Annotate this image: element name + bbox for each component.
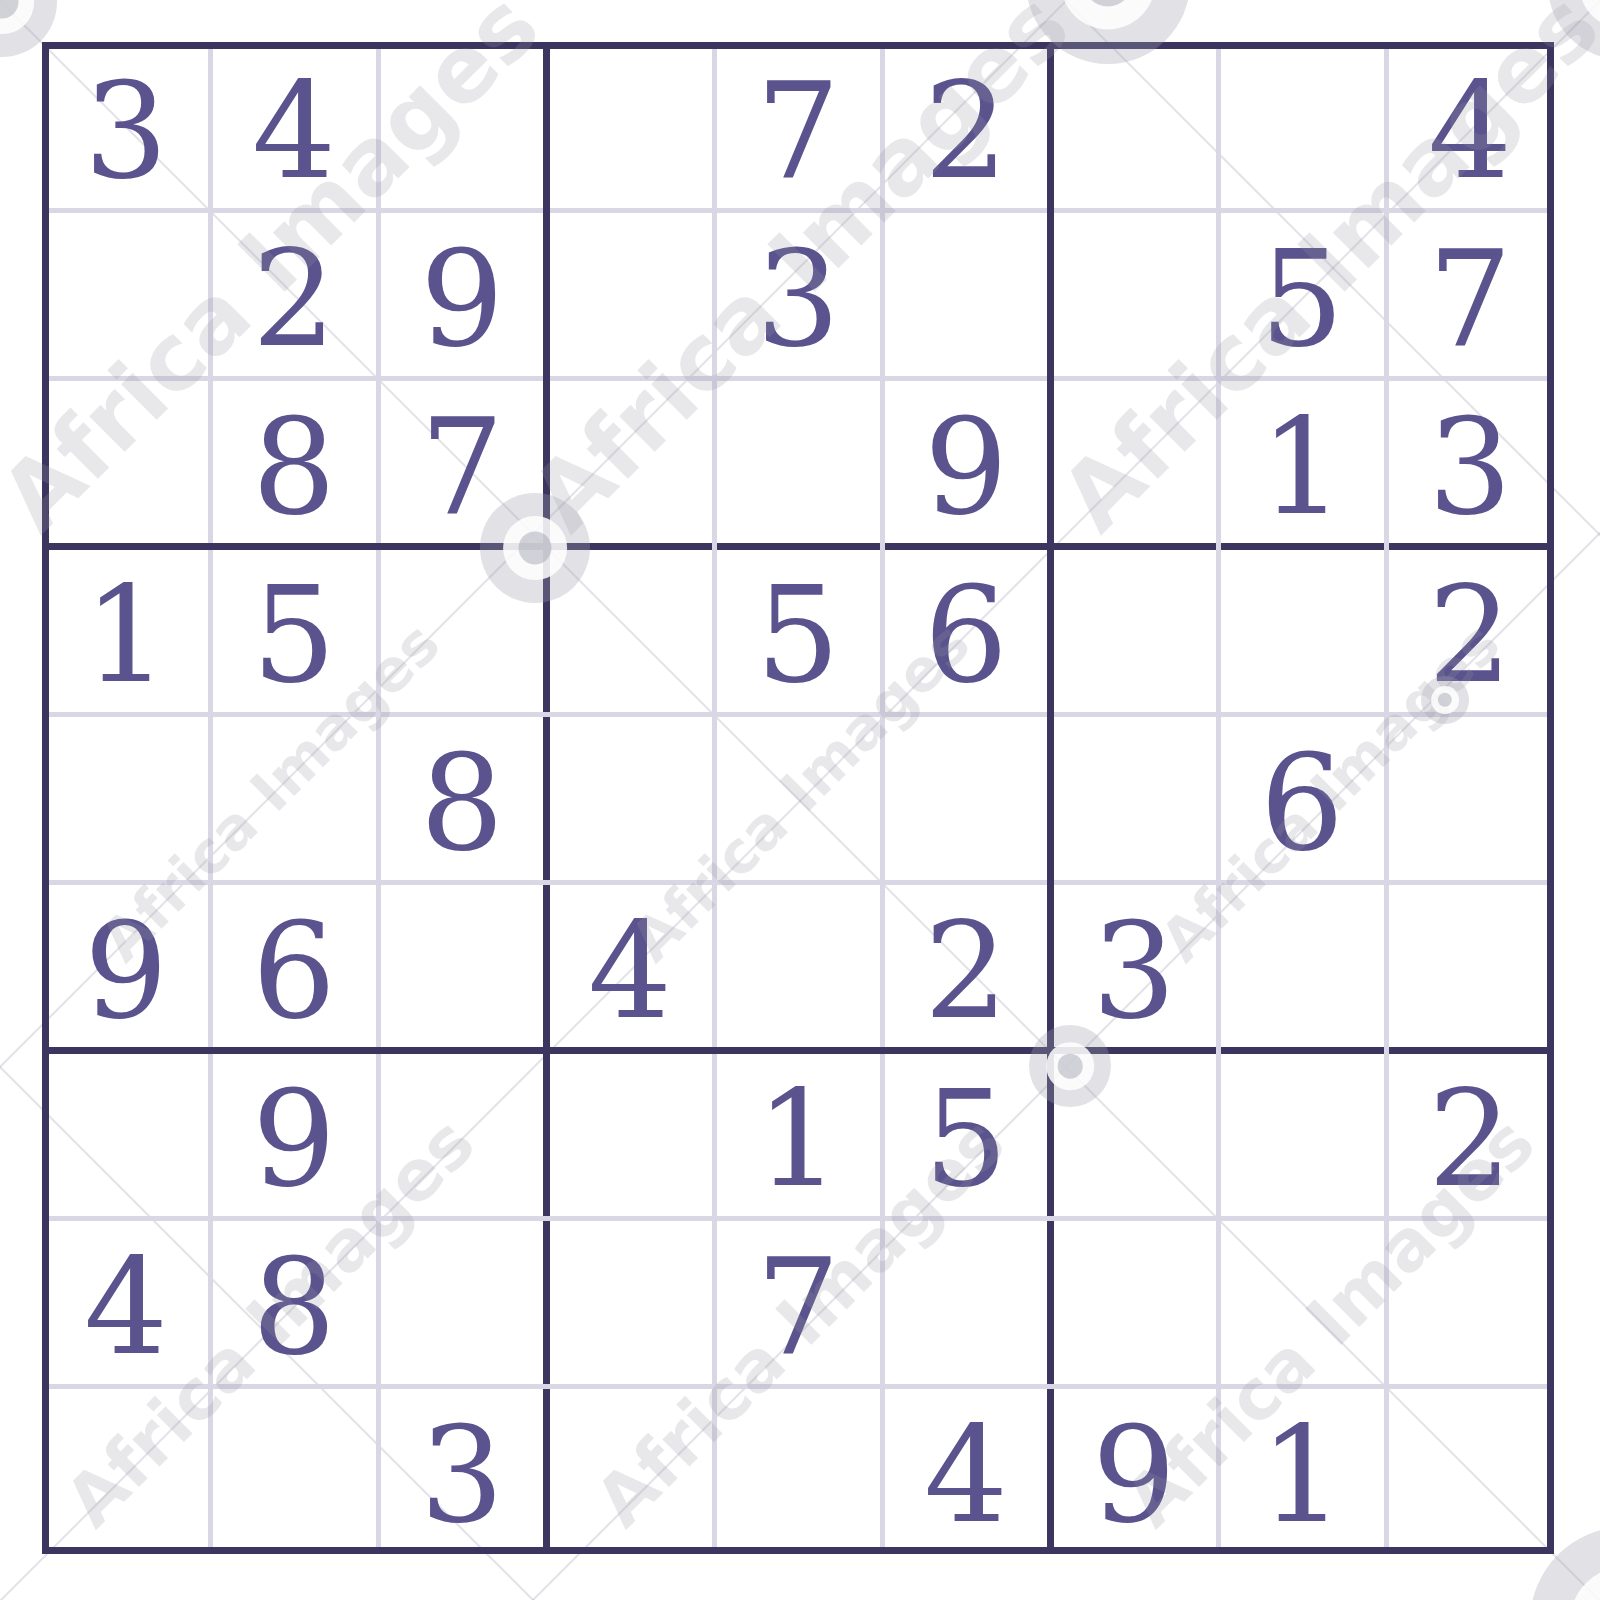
board-outer-border <box>42 42 1554 1554</box>
watermark-lens-dot <box>1083 0 1132 7</box>
watermark-lens-ring <box>1570 1567 1600 1600</box>
watermark-lens-dot <box>0 0 19 19</box>
watermark-lens-ring <box>1060 0 1155 30</box>
watermark-lens-icon <box>1548 0 1600 60</box>
watermark-lens-ring <box>1580 0 1600 29</box>
sudoku-board: 34724293578791315562869642391524873491 <box>42 42 1554 1554</box>
watermark-lens-ring <box>0 0 34 34</box>
watermark-lens-dot <box>1597 1594 1600 1600</box>
sudoku-stock-image: 34724293578791315562869642391524873491 A… <box>0 0 1600 1600</box>
